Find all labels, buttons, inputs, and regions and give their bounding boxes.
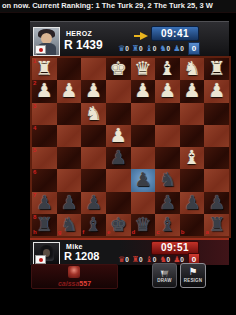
white-pawn-d2: ♟ — [131, 78, 156, 102]
square-f3[interactable]: ♞ — [81, 103, 106, 125]
bottom-player-name: Mike — [66, 243, 83, 250]
file-label-e: e — [107, 229, 110, 236]
black-pawn-a7: ♟ — [204, 190, 229, 214]
white-pawn-e4: ♟ — [106, 123, 131, 147]
captured-count: 0 — [153, 45, 157, 53]
square-d4[interactable] — [131, 125, 156, 147]
resign-button-label: RESIGN — [181, 278, 205, 284]
square-d2[interactable]: ♟ — [131, 80, 156, 102]
file-label-a: a — [205, 229, 208, 236]
square-a4[interactable] — [204, 125, 229, 147]
square-g3[interactable] — [57, 103, 82, 125]
square-a2[interactable]: ♟ — [204, 80, 229, 102]
square-g1[interactable] — [57, 58, 82, 80]
file-label-g: g — [58, 229, 62, 236]
square-g6[interactable] — [57, 169, 82, 191]
square-h7[interactable]: ♟7 — [32, 192, 57, 214]
square-d5[interactable] — [131, 147, 156, 169]
news-ticker: on now. Current Ranking: 1 The Turk 29, … — [0, 0, 236, 13]
caissa-coins-panel[interactable]: caissa557 — [31, 264, 118, 289]
top-player-bar: HEROZ R 1439 09:41 ♛0♜0♝0♞0♟00 — [30, 21, 229, 57]
square-d1[interactable]: ♛ — [131, 58, 156, 80]
knight-icon: ♞ — [159, 44, 166, 53]
square-a3[interactable] — [204, 103, 229, 125]
square-h3[interactable]: 3 — [32, 103, 57, 125]
square-b6[interactable] — [180, 169, 205, 191]
square-h1[interactable]: ♜1 — [32, 58, 57, 80]
japan-flag-icon — [35, 45, 46, 54]
white-bishop-c1: ♝ — [155, 56, 180, 80]
square-g8[interactable]: ♞g — [57, 214, 82, 236]
rank-label-4: 4 — [33, 125, 36, 132]
square-a5[interactable] — [204, 147, 229, 169]
square-d6[interactable]: ♟ — [131, 169, 156, 191]
file-label-b: b — [181, 229, 185, 236]
square-b5[interactable]: ♝ — [180, 147, 205, 169]
square-a6[interactable] — [204, 169, 229, 191]
top-player-rating: R 1439 — [64, 38, 103, 52]
square-c2[interactable]: ♟ — [155, 80, 180, 102]
square-a7[interactable]: ♟ — [204, 192, 229, 214]
white-pawn-a2: ♟ — [204, 78, 229, 102]
black-pawn-b7: ♟ — [180, 190, 205, 214]
rank-label-3: 3 — [33, 103, 36, 110]
square-a8[interactable]: ♜a — [204, 214, 229, 236]
captured-pawn-top: ♟0 — [173, 44, 186, 53]
file-label-c: c — [156, 229, 159, 236]
square-e1[interactable]: ♚ — [106, 58, 131, 80]
white-pawn-b2: ♟ — [180, 78, 205, 102]
square-h5[interactable]: 5 — [32, 147, 57, 169]
top-score-box: 0 — [188, 42, 200, 55]
rook-icon: ♜ — [132, 44, 139, 53]
resign-button[interactable]: ⚑ RESIGN — [180, 263, 206, 288]
captured-count: 0 — [139, 45, 143, 53]
white-rook-a1: ♜ — [204, 56, 229, 80]
captured-count: 0 — [139, 256, 143, 264]
black-pawn-c7: ♟ — [155, 190, 180, 214]
square-e6[interactable] — [106, 169, 131, 191]
square-d8[interactable]: ♛d — [131, 214, 156, 236]
queen-icon: ♛ — [118, 255, 125, 264]
caissa-coins-count: 557 — [79, 280, 91, 287]
black-pawn-e5: ♟ — [106, 145, 131, 169]
bishop-icon: ♝ — [146, 44, 153, 53]
square-f1[interactable] — [81, 58, 106, 80]
black-pawn-f7: ♟ — [81, 190, 106, 214]
black-bishop-f8: ♝ — [81, 212, 106, 236]
square-e5[interactable]: ♟ — [106, 147, 131, 169]
rook-icon: ♜ — [132, 255, 139, 264]
square-c6[interactable]: ♞ — [155, 169, 180, 191]
square-e4[interactable]: ♟ — [106, 125, 131, 147]
bishop-icon: ♝ — [146, 255, 153, 264]
caissa-queen-icon — [68, 266, 80, 278]
crossed-flags-icon: ⚑⚑ — [153, 264, 176, 278]
square-b7[interactable]: ♟ — [180, 192, 205, 214]
square-b3[interactable] — [180, 103, 205, 125]
chess-board: ♜1♚♛♝♞♜♟2♟♟♟♟♟♟3♞4♟5♟♝6♟♞♟7♟♟♟♟♟♜8h♞g♝f♚… — [30, 56, 231, 238]
square-f5[interactable] — [81, 147, 106, 169]
top-player-avatar — [33, 27, 60, 56]
captured-count: 0 — [167, 45, 171, 53]
square-f8[interactable]: ♝f — [81, 214, 106, 236]
square-f7[interactable]: ♟ — [81, 192, 106, 214]
captured-rook-top: ♜0 — [132, 44, 145, 53]
top-player-name: HEROZ — [66, 30, 92, 37]
queen-icon: ♛ — [118, 44, 125, 53]
captured-queen-bottom: ♛0 — [118, 255, 131, 264]
rank-label-6: 6 — [33, 169, 36, 176]
white-flag-icon: ⚑ — [181, 264, 205, 278]
caissa-brand-label: caissa — [58, 280, 79, 287]
bottom-player-bar: 09:51 Mike R 1208 ♛0♜0♝0♞0♟00 — [30, 238, 229, 265]
rank-label-5: 5 — [33, 147, 36, 154]
square-c1[interactable]: ♝ — [155, 58, 180, 80]
square-g7[interactable]: ♟ — [57, 192, 82, 214]
square-f2[interactable]: ♟ — [81, 80, 106, 102]
captured-count: 0 — [125, 45, 129, 53]
square-e3[interactable] — [106, 103, 131, 125]
captured-queen-top: ♛0 — [118, 44, 131, 53]
rank-label-1: 1 — [33, 58, 36, 65]
captured-bishop-top: ♝0 — [146, 44, 159, 53]
black-pawn-d6: ♟ — [131, 167, 156, 191]
chess-app-screen: on now. Current Ranking: 1 The Turk 29, … — [0, 0, 236, 315]
square-b1[interactable]: ♞ — [180, 58, 205, 80]
square-f4[interactable] — [81, 125, 106, 147]
square-h4[interactable]: 4 — [32, 125, 57, 147]
square-c7[interactable]: ♟ — [155, 192, 180, 214]
captured-knight-top: ♞0 — [159, 44, 172, 53]
white-pawn-c2: ♟ — [155, 78, 180, 102]
square-h2[interactable]: ♟2 — [32, 80, 57, 102]
white-knight-b1: ♞ — [180, 56, 205, 80]
pawn-icon: ♟ — [173, 44, 180, 53]
white-knight-f3: ♞ — [81, 101, 106, 125]
rank-label-8: 8 — [33, 214, 36, 221]
draw-button[interactable]: ⚑⚑ DRAW — [152, 263, 177, 288]
file-label-d: d — [132, 229, 136, 236]
square-c4[interactable] — [155, 125, 180, 147]
rank-label-2: 2 — [33, 80, 36, 87]
square-g2[interactable]: ♟ — [57, 80, 82, 102]
japan-flag-icon — [35, 255, 46, 264]
square-h8[interactable]: ♜8h — [32, 214, 57, 236]
white-pawn-f2: ♟ — [81, 78, 106, 102]
captured-rook-bottom: ♜0 — [132, 255, 145, 264]
square-a1[interactable]: ♜ — [204, 58, 229, 80]
square-b2[interactable]: ♟ — [180, 80, 205, 102]
top-player-clock: 09:41 — [151, 26, 199, 41]
white-queen-d1: ♛ — [131, 56, 156, 80]
bottom-player-avatar — [33, 242, 60, 266]
black-pawn-g7: ♟ — [57, 190, 82, 214]
square-d7[interactable] — [131, 192, 156, 214]
square-g5[interactable] — [57, 147, 82, 169]
bottom-player-rating: R 1208 — [64, 250, 99, 262]
square-e7[interactable] — [106, 192, 131, 214]
square-e8[interactable]: ♚e — [106, 214, 131, 236]
white-king-e1: ♚ — [106, 56, 131, 80]
file-label-h: h — [33, 229, 37, 236]
square-b8[interactable]: b — [180, 214, 205, 236]
file-label-f: f — [82, 229, 84, 236]
white-pawn-g2: ♟ — [57, 78, 82, 102]
turn-indicator-arrow-icon — [134, 32, 148, 40]
black-knight-c6: ♞ — [155, 167, 180, 191]
square-h6[interactable]: 6 — [32, 169, 57, 191]
rank-label-7: 7 — [33, 192, 36, 199]
square-b4[interactable] — [180, 125, 205, 147]
white-bishop-b5: ♝ — [180, 145, 205, 169]
square-f6[interactable] — [81, 169, 106, 191]
square-c3[interactable] — [155, 103, 180, 125]
square-c8[interactable]: ♝c — [155, 214, 180, 236]
square-c5[interactable] — [155, 147, 180, 169]
square-g4[interactable] — [57, 125, 82, 147]
square-e2[interactable] — [106, 80, 131, 102]
captured-count: 0 — [180, 45, 184, 53]
top-captured-pieces-row: ♛0♜0♝0♞0♟00 — [118, 42, 200, 55]
square-d3[interactable] — [131, 103, 156, 125]
captured-count: 0 — [125, 256, 129, 264]
